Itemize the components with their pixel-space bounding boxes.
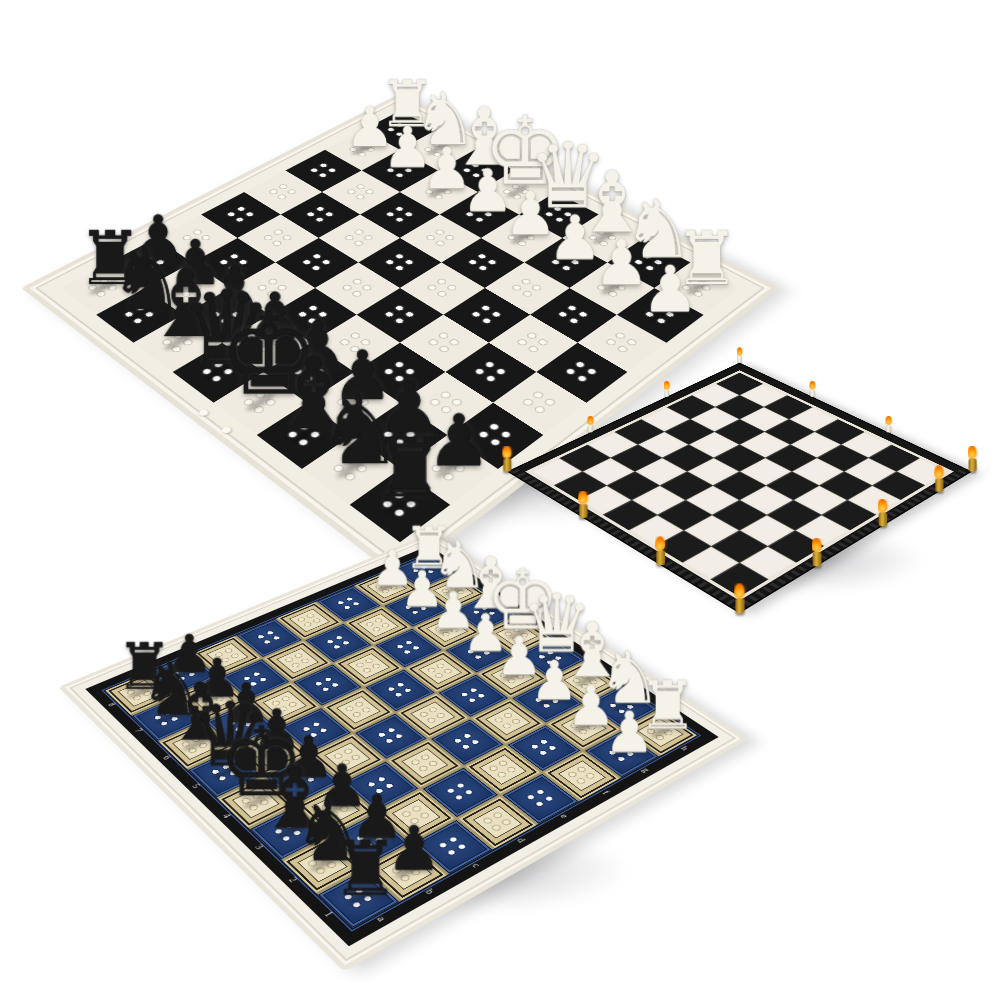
torch-post	[886, 425, 891, 433]
flame-icon	[935, 465, 944, 478]
flame-icon	[587, 416, 593, 425]
stud-cluster	[374, 725, 408, 747]
frame-clasp-stud	[220, 426, 233, 435]
stud-cluster	[424, 661, 457, 680]
stud-cluster	[342, 699, 376, 720]
stud-cluster	[564, 764, 600, 787]
torch-icon	[734, 583, 744, 613]
flame-icon	[655, 536, 665, 550]
stud-cluster	[379, 302, 421, 328]
torch-icon	[809, 381, 815, 397]
stud-cluster	[485, 758, 521, 781]
torch-post	[812, 552, 821, 566]
stud-cluster	[383, 680, 416, 700]
torch-icon	[886, 416, 892, 433]
stud-cluster	[450, 731, 485, 753]
torch-post	[737, 356, 741, 363]
torch-icon	[587, 416, 593, 433]
stud-cluster	[416, 705, 450, 726]
stud-cluster	[522, 786, 558, 810]
torch-icon	[935, 465, 944, 492]
flame-icon	[968, 446, 977, 459]
file-label: b	[423, 888, 436, 896]
torch-icon	[968, 446, 977, 472]
product-photo-canvas: ♜♟♟♜♞♟♟♞♝♟♟♝♛♟♟♚♚♟♟♛♝♟♟♝♞♟♟♞♜♟♟♜ ♜♟♟♜♞♟♟…	[0, 0, 1000, 1000]
rank-label: 4	[221, 812, 233, 819]
file-label: c	[470, 862, 482, 870]
rank-label: 3	[253, 843, 265, 851]
stud-cluster	[517, 388, 562, 418]
stud-cluster	[352, 656, 384, 675]
flame-icon	[886, 416, 892, 425]
file-label: g	[640, 767, 651, 774]
file-label: f	[601, 790, 611, 796]
stud-cluster	[380, 251, 420, 275]
stud-cluster	[469, 358, 513, 387]
torch-post	[935, 478, 943, 491]
torch-post	[735, 598, 744, 613]
stud-cluster	[264, 182, 301, 203]
torch-icon	[811, 538, 821, 567]
file-label: a	[375, 915, 388, 923]
torch-icon	[737, 347, 743, 362]
piece-black-rook[interactable]: ♜	[332, 833, 400, 905]
stud-cluster	[297, 251, 337, 275]
torch-post	[810, 389, 815, 396]
stud-cluster	[421, 227, 460, 250]
torch-post	[968, 459, 976, 472]
torch-post	[664, 389, 669, 396]
rank-label: 5	[190, 783, 202, 790]
stud-cluster	[491, 711, 525, 732]
square[interactable]	[485, 262, 570, 314]
stud-cluster	[407, 752, 442, 775]
stud-cluster	[457, 685, 490, 705]
stud-cluster	[466, 302, 508, 328]
stud-cluster	[527, 737, 562, 759]
stud-cluster	[422, 276, 463, 301]
stud-cluster	[479, 810, 516, 835]
flame-icon	[811, 538, 821, 552]
stud-cluster	[301, 204, 339, 226]
file-label: e	[558, 813, 569, 820]
coordinate-border: ♜♟♟♜♞♟♟♞♝♟♟♝♛♟♟♚♚♟♟♛♝♟♟♝♞♟♟♞♜♟♟♜ abcdefg…	[85, 545, 718, 946]
torch-icon	[664, 381, 670, 397]
stud-cluster	[507, 276, 548, 301]
flame-icon	[734, 583, 744, 598]
stud-cluster	[423, 329, 466, 356]
stud-cluster	[305, 160, 342, 180]
file-label: h	[679, 745, 690, 752]
stud-cluster	[362, 616, 393, 634]
rank-label: 8	[106, 702, 117, 708]
flame-icon	[737, 347, 743, 355]
frame-clasp-stud	[197, 409, 210, 418]
torch-post	[588, 425, 593, 433]
stud-cluster	[463, 251, 503, 275]
stud-cluster	[323, 634, 355, 652]
chess-grid: ♜♟♟♜♞♟♟♞♝♟♟♝♛♟♟♚♚♟♟♛♝♟♟♝♞♟♟♞♜♟♟♜	[106, 555, 697, 928]
flame-icon	[664, 381, 670, 390]
board-scene-ornate: ♜♟♟♜♞♟♟♞♝♟♟♝♛♟♟♚♚♟♟♛♝♟♟♝♞♟♟♞♜♟♟♜ abcdefg…	[150, 467, 641, 958]
flame-icon	[502, 446, 511, 459]
stud-cluster	[381, 204, 419, 226]
torch-post	[878, 513, 886, 527]
stud-cluster	[222, 204, 260, 226]
stud-cluster	[337, 276, 378, 301]
piece-white-pawn[interactable]: ♟	[604, 706, 654, 759]
stud-cluster	[282, 651, 314, 670]
stud-cluster	[334, 595, 364, 612]
rank-label: 6	[161, 754, 173, 761]
stud-cluster	[342, 182, 379, 203]
stud-cluster	[393, 638, 425, 657]
stud-cluster	[311, 675, 344, 695]
torch-post	[656, 551, 665, 565]
torch-icon	[655, 536, 665, 565]
stud-cluster	[259, 227, 298, 250]
stud-cluster	[512, 329, 555, 356]
rank-label: 2	[286, 876, 299, 884]
stud-cluster	[442, 780, 478, 804]
stud-cluster	[253, 629, 284, 647]
flame-icon	[878, 499, 888, 513]
flame-icon	[809, 381, 815, 390]
torch-icon	[878, 499, 888, 527]
file-label: d	[515, 836, 527, 844]
rank-label: 7	[133, 727, 144, 733]
rank-label: 1	[322, 910, 335, 919]
stud-cluster	[340, 227, 379, 250]
stud-cluster	[294, 612, 325, 630]
